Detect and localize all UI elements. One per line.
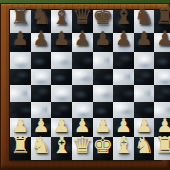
square-g5[interactable]: [134, 69, 155, 86]
piece-black-pawn[interactable]: ♟: [94, 29, 111, 48]
square-d1[interactable]: ♛: [72, 137, 93, 160]
piece-black-pawn[interactable]: ♟: [156, 29, 170, 48]
square-a5[interactable]: [10, 69, 31, 86]
table-background: ♜♞♝♛♚♝♞♜♟♟♟♟♟♟♟♟♟♟♟♟♟♟♟♟♜♞♝♛♚♝♞♜: [0, 0, 170, 170]
square-b7[interactable]: ♟: [31, 33, 52, 52]
square-e1[interactable]: ♚: [93, 137, 114, 160]
piece-white-rook[interactable]: ♜: [10, 134, 31, 157]
piece-black-bishop[interactable]: ♝: [51, 5, 72, 28]
square-b1[interactable]: ♞: [31, 137, 52, 160]
piece-black-king[interactable]: ♚: [93, 5, 114, 28]
square-d4[interactable]: [72, 85, 93, 102]
piece-black-rook[interactable]: ♜: [154, 5, 170, 28]
piece-black-knight[interactable]: ♞: [31, 5, 52, 28]
piece-black-pawn[interactable]: ♟: [115, 29, 132, 48]
piece-white-rook[interactable]: ♜: [154, 134, 170, 157]
square-f1[interactable]: ♝: [113, 137, 134, 160]
piece-black-pawn[interactable]: ♟: [12, 29, 29, 48]
square-e5[interactable]: [93, 69, 114, 86]
piece-black-rook[interactable]: ♜: [10, 5, 31, 28]
piece-black-pawn[interactable]: ♟: [74, 29, 91, 48]
square-e4[interactable]: [93, 85, 114, 102]
square-b4[interactable]: [31, 85, 52, 102]
square-f4[interactable]: [113, 85, 134, 102]
square-f5[interactable]: [113, 69, 134, 86]
square-c6[interactable]: [51, 52, 72, 69]
piece-white-knight[interactable]: ♞: [134, 134, 155, 157]
square-a6[interactable]: [10, 52, 31, 69]
square-h7[interactable]: ♟: [154, 33, 170, 52]
piece-black-pawn[interactable]: ♟: [136, 29, 153, 48]
piece-white-knight[interactable]: ♞: [31, 134, 52, 157]
square-h6[interactable]: [154, 52, 170, 69]
square-g7[interactable]: ♟: [134, 33, 155, 52]
square-f6[interactable]: [113, 52, 134, 69]
piece-black-bishop[interactable]: ♝: [113, 5, 134, 28]
square-c7[interactable]: ♟: [51, 33, 72, 52]
square-a7[interactable]: ♟: [10, 33, 31, 52]
chess-board: ♜♞♝♛♚♝♞♜♟♟♟♟♟♟♟♟♟♟♟♟♟♟♟♟♜♞♝♛♚♝♞♜: [10, 10, 160, 160]
piece-black-queen[interactable]: ♛: [72, 5, 93, 28]
piece-black-knight[interactable]: ♞: [134, 5, 155, 28]
square-c1[interactable]: ♝: [51, 137, 72, 160]
square-e7[interactable]: ♟: [93, 33, 114, 52]
square-c4[interactable]: [51, 85, 72, 102]
square-e6[interactable]: [93, 52, 114, 69]
piece-black-pawn[interactable]: ♟: [53, 29, 70, 48]
square-f7[interactable]: ♟: [113, 33, 134, 52]
square-g6[interactable]: [134, 52, 155, 69]
square-a1[interactable]: ♜: [10, 137, 31, 160]
square-d7[interactable]: ♟: [72, 33, 93, 52]
square-h5[interactable]: [154, 69, 170, 86]
piece-white-king[interactable]: ♚: [93, 134, 114, 157]
piece-white-bishop[interactable]: ♝: [51, 134, 72, 157]
square-c5[interactable]: [51, 69, 72, 86]
square-h4[interactable]: [154, 85, 170, 102]
piece-white-bishop[interactable]: ♝: [113, 134, 134, 157]
square-a4[interactable]: [10, 85, 31, 102]
square-b6[interactable]: [31, 52, 52, 69]
piece-black-pawn[interactable]: ♟: [32, 29, 49, 48]
square-d6[interactable]: [72, 52, 93, 69]
square-g1[interactable]: ♞: [134, 137, 155, 160]
square-b5[interactable]: [31, 69, 52, 86]
square-h1[interactable]: ♜: [154, 137, 170, 160]
square-g4[interactable]: [134, 85, 155, 102]
piece-white-queen[interactable]: ♛: [72, 134, 93, 157]
square-d5[interactable]: [72, 69, 93, 86]
